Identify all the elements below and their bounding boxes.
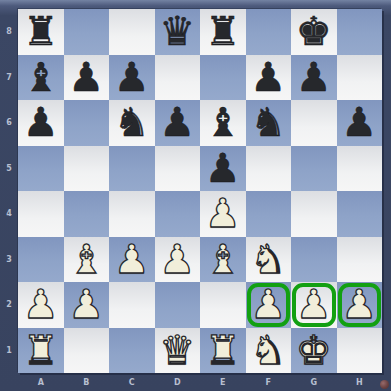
square-h6[interactable]: ♟ <box>337 100 383 146</box>
square-h2[interactable]: ♟ <box>337 282 383 328</box>
square-b2[interactable]: ♟ <box>64 282 110 328</box>
square-c8[interactable] <box>109 9 155 55</box>
piece-white-pawn[interactable]: ♟ <box>337 282 383 328</box>
square-f5[interactable] <box>246 146 292 192</box>
square-g3[interactable] <box>291 237 337 283</box>
piece-black-rook[interactable]: ♜ <box>200 9 246 55</box>
square-a5[interactable] <box>18 146 64 192</box>
square-g2[interactable]: ♟ <box>291 282 337 328</box>
square-c6[interactable]: ♞ <box>109 100 155 146</box>
square-g7[interactable]: ♟ <box>291 55 337 101</box>
piece-black-pawn[interactable]: ♟ <box>155 100 201 146</box>
square-a3[interactable] <box>18 237 64 283</box>
piece-black-pawn[interactable]: ♟ <box>64 55 110 101</box>
square-g1[interactable]: ♚ <box>291 328 337 374</box>
square-f8[interactable] <box>246 9 292 55</box>
rank-label-8: 8 <box>0 9 18 55</box>
piece-black-queen[interactable]: ♛ <box>155 9 201 55</box>
square-d8[interactable]: ♛ <box>155 9 201 55</box>
piece-white-pawn[interactable]: ♟ <box>109 237 155 283</box>
square-b3[interactable]: ♝ <box>64 237 110 283</box>
square-a8[interactable]: ♜ <box>18 9 64 55</box>
file-label-c: C <box>109 375 155 389</box>
square-e3[interactable]: ♝ <box>200 237 246 283</box>
square-d2[interactable] <box>155 282 201 328</box>
piece-black-pawn[interactable]: ♟ <box>291 55 337 101</box>
piece-black-pawn[interactable]: ♟ <box>18 100 64 146</box>
square-c1[interactable] <box>109 328 155 374</box>
square-a2[interactable]: ♟ <box>18 282 64 328</box>
piece-white-pawn[interactable]: ♟ <box>155 237 201 283</box>
piece-white-knight[interactable]: ♞ <box>246 328 292 374</box>
square-a1[interactable]: ♜ <box>18 328 64 374</box>
square-e5[interactable]: ♟ <box>200 146 246 192</box>
piece-black-pawn[interactable]: ♟ <box>337 100 383 146</box>
piece-white-knight[interactable]: ♞ <box>246 237 292 283</box>
file-label-h: H <box>337 375 383 389</box>
square-f3[interactable]: ♞ <box>246 237 292 283</box>
square-f1[interactable]: ♞ <box>246 328 292 374</box>
square-g5[interactable] <box>291 146 337 192</box>
square-g6[interactable] <box>291 100 337 146</box>
file-label-a: A <box>18 375 64 389</box>
piece-white-pawn[interactable]: ♟ <box>291 282 337 328</box>
rank-label-5: 5 <box>0 146 18 192</box>
piece-black-bishop[interactable]: ♝ <box>200 100 246 146</box>
square-b4[interactable] <box>64 191 110 237</box>
piece-black-pawn[interactable]: ♟ <box>109 55 155 101</box>
piece-black-pawn[interactable]: ♟ <box>200 146 246 192</box>
square-d7[interactable] <box>155 55 201 101</box>
piece-white-bishop[interactable]: ♝ <box>64 237 110 283</box>
rank-label-4: 4 <box>0 191 18 237</box>
piece-white-pawn[interactable]: ♟ <box>18 282 64 328</box>
piece-white-queen[interactable]: ♛ <box>155 328 201 374</box>
piece-black-knight[interactable]: ♞ <box>109 100 155 146</box>
rank-label-3: 3 <box>0 237 18 283</box>
square-g8[interactable]: ♚ <box>291 9 337 55</box>
file-label-e: E <box>200 375 246 389</box>
file-label-d: D <box>155 375 201 389</box>
square-a4[interactable] <box>18 191 64 237</box>
square-f7[interactable]: ♟ <box>246 55 292 101</box>
square-f2[interactable]: ♟ <box>246 282 292 328</box>
piece-black-knight[interactable]: ♞ <box>246 100 292 146</box>
square-g4[interactable] <box>291 191 337 237</box>
square-e7[interactable] <box>200 55 246 101</box>
square-d3[interactable]: ♟ <box>155 237 201 283</box>
piece-black-pawn[interactable]: ♟ <box>246 55 292 101</box>
square-d6[interactable]: ♟ <box>155 100 201 146</box>
square-f6[interactable]: ♞ <box>246 100 292 146</box>
square-c4[interactable] <box>109 191 155 237</box>
piece-white-rook[interactable]: ♜ <box>18 328 64 374</box>
piece-white-bishop[interactable]: ♝ <box>200 237 246 283</box>
square-d1[interactable]: ♛ <box>155 328 201 374</box>
piece-white-rook[interactable]: ♜ <box>200 328 246 374</box>
square-b1[interactable] <box>64 328 110 374</box>
square-e8[interactable]: ♜ <box>200 9 246 55</box>
file-label-f: F <box>246 375 292 389</box>
square-a6[interactable]: ♟ <box>18 100 64 146</box>
square-e1[interactable]: ♜ <box>200 328 246 374</box>
file-label-g: G <box>291 375 337 389</box>
square-b8[interactable] <box>64 9 110 55</box>
square-h7[interactable] <box>337 55 383 101</box>
square-e2[interactable] <box>200 282 246 328</box>
square-f4[interactable] <box>246 191 292 237</box>
square-e6[interactable]: ♝ <box>200 100 246 146</box>
square-c7[interactable]: ♟ <box>109 55 155 101</box>
square-d5[interactable] <box>155 146 201 192</box>
square-c3[interactable]: ♟ <box>109 237 155 283</box>
square-c2[interactable] <box>109 282 155 328</box>
square-e4[interactable]: ♟ <box>200 191 246 237</box>
square-b5[interactable] <box>64 146 110 192</box>
piece-black-rook[interactable]: ♜ <box>18 9 64 55</box>
rank-label-2: 2 <box>0 282 18 328</box>
rank-label-1: 1 <box>0 328 18 374</box>
piece-white-pawn[interactable]: ♟ <box>64 282 110 328</box>
chess-board-frame: ♜♛♜♚♝♟♟♟♟♟♞♟♝♞♟♟♟♝♟♟♝♞♟♟♟♟♟♜♛♜♞♚ 8765432… <box>0 0 391 391</box>
square-h1[interactable] <box>337 328 383 374</box>
piece-black-bishop[interactable]: ♝ <box>18 55 64 101</box>
piece-white-pawn[interactable]: ♟ <box>200 191 246 237</box>
square-h3[interactable] <box>337 237 383 283</box>
board: ♜♛♜♚♝♟♟♟♟♟♞♟♝♞♟♟♟♝♟♟♝♞♟♟♟♟♟♜♛♜♞♚ <box>18 9 382 373</box>
square-h8[interactable] <box>337 9 383 55</box>
square-a7[interactable]: ♝ <box>18 55 64 101</box>
square-b6[interactable] <box>64 100 110 146</box>
corner-dot-icon <box>380 380 389 389</box>
rank-label-7: 7 <box>0 55 18 101</box>
rank-label-6: 6 <box>0 100 18 146</box>
square-d4[interactable] <box>155 191 201 237</box>
square-b7[interactable]: ♟ <box>64 55 110 101</box>
square-c5[interactable] <box>109 146 155 192</box>
piece-black-king[interactable]: ♚ <box>291 9 337 55</box>
piece-white-pawn[interactable]: ♟ <box>246 282 292 328</box>
file-label-b: B <box>64 375 110 389</box>
square-h4[interactable] <box>337 191 383 237</box>
piece-white-king[interactable]: ♚ <box>291 328 337 374</box>
square-h5[interactable] <box>337 146 383 192</box>
